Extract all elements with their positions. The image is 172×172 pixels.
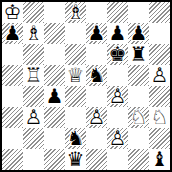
piece-halo: ♝ — [65, 2, 86, 23]
piece-halo: ♟ — [107, 128, 128, 149]
black-pawn-piece: ♟ — [107, 23, 128, 44]
white-knight-piece: ♘ — [128, 107, 149, 128]
square-f6[interactable]: ♚♚ — [107, 44, 128, 65]
square-h5[interactable]: ♟♙ — [149, 65, 170, 86]
black-king-piece: ♚ — [107, 44, 128, 65]
square-g7[interactable]: ♟♟ — [128, 23, 149, 44]
square-d5[interactable]: ♛♕ — [65, 65, 86, 86]
square-c1[interactable] — [44, 149, 65, 170]
square-b2[interactable] — [23, 128, 44, 149]
square-f2[interactable]: ♟♙ — [107, 128, 128, 149]
square-b1[interactable] — [23, 149, 44, 170]
square-b5[interactable]: ♜♖ — [23, 65, 44, 86]
square-e1[interactable] — [86, 149, 107, 170]
piece-halo: ♞ — [149, 107, 170, 128]
piece-halo: ♚ — [2, 2, 23, 23]
white-bishop-piece: ♗ — [65, 2, 86, 23]
square-a2[interactable] — [2, 128, 23, 149]
square-c3[interactable] — [44, 107, 65, 128]
square-h8[interactable] — [149, 2, 170, 23]
white-pawn-piece: ♙ — [23, 107, 44, 128]
piece-halo: ♝ — [23, 23, 44, 44]
white-bishop-piece: ♗ — [23, 23, 44, 44]
square-g8[interactable] — [128, 2, 149, 23]
piece-halo: ♟ — [107, 23, 128, 44]
square-d7[interactable] — [65, 23, 86, 44]
piece-halo: ♟ — [44, 86, 65, 107]
white-king-piece: ♔ — [2, 2, 23, 23]
square-f1[interactable] — [107, 149, 128, 170]
piece-halo: ♟ — [107, 86, 128, 107]
black-pawn-piece: ♟ — [44, 86, 65, 107]
square-c7[interactable] — [44, 23, 65, 44]
white-pawn-piece: ♙ — [149, 65, 170, 86]
black-queen-piece: ♛ — [65, 149, 86, 170]
piece-halo: ♛ — [65, 149, 86, 170]
piece-halo: ♜ — [23, 65, 44, 86]
square-d4[interactable] — [65, 86, 86, 107]
white-pawn-piece: ♙ — [107, 86, 128, 107]
square-d3[interactable] — [65, 107, 86, 128]
square-b7[interactable]: ♝♗ — [23, 23, 44, 44]
square-g3[interactable]: ♞♘ — [128, 107, 149, 128]
square-a5[interactable] — [2, 65, 23, 86]
square-e5[interactable]: ♞♞ — [86, 65, 107, 86]
square-e6[interactable] — [86, 44, 107, 65]
black-pawn-piece: ♟ — [86, 23, 107, 44]
white-rook-piece: ♖ — [23, 65, 44, 86]
square-h1[interactable]: ♝♝ — [149, 149, 170, 170]
square-g2[interactable] — [128, 128, 149, 149]
square-a4[interactable] — [2, 86, 23, 107]
square-e7[interactable]: ♟♟ — [86, 23, 107, 44]
square-b8[interactable] — [23, 2, 44, 23]
black-knight-piece: ♞ — [65, 128, 86, 149]
black-bishop-piece: ♝ — [149, 149, 170, 170]
square-e3[interactable]: ♟♙ — [86, 107, 107, 128]
square-b3[interactable]: ♟♙ — [23, 107, 44, 128]
square-f3[interactable] — [107, 107, 128, 128]
square-d8[interactable]: ♝♗ — [65, 2, 86, 23]
square-d6[interactable] — [65, 44, 86, 65]
piece-halo: ♟ — [86, 107, 107, 128]
white-queen-piece: ♕ — [65, 65, 86, 86]
square-d2[interactable]: ♞♞ — [65, 128, 86, 149]
square-f5[interactable] — [107, 65, 128, 86]
square-a7[interactable]: ♟♟ — [2, 23, 23, 44]
square-e8[interactable] — [86, 2, 107, 23]
square-e4[interactable] — [86, 86, 107, 107]
square-a3[interactable] — [2, 107, 23, 128]
square-g4[interactable] — [128, 86, 149, 107]
square-g5[interactable] — [128, 65, 149, 86]
square-g6[interactable]: ♜♜ — [128, 44, 149, 65]
square-h4[interactable] — [149, 86, 170, 107]
square-h6[interactable] — [149, 44, 170, 65]
white-pawn-piece: ♙ — [107, 128, 128, 149]
square-c5[interactable] — [44, 65, 65, 86]
piece-halo: ♟ — [2, 23, 23, 44]
piece-halo: ♞ — [128, 107, 149, 128]
chess-board: ♚♔♝♗♟♟♝♗♟♟♟♟♟♟♚♚♜♜♜♖♛♕♞♞♟♙♟♟♟♙♟♙♟♙♞♘♞♘♞♞… — [0, 0, 172, 172]
square-d1[interactable]: ♛♛ — [65, 149, 86, 170]
piece-halo: ♟ — [86, 23, 107, 44]
piece-halo: ♟ — [23, 107, 44, 128]
square-h3[interactable]: ♞♘ — [149, 107, 170, 128]
square-e2[interactable] — [86, 128, 107, 149]
piece-halo: ♜ — [128, 44, 149, 65]
black-pawn-piece: ♟ — [128, 23, 149, 44]
square-a6[interactable] — [2, 44, 23, 65]
white-knight-piece: ♘ — [149, 107, 170, 128]
piece-halo: ♟ — [128, 23, 149, 44]
square-h7[interactable] — [149, 23, 170, 44]
square-c4[interactable]: ♟♟ — [44, 86, 65, 107]
square-f4[interactable]: ♟♙ — [107, 86, 128, 107]
piece-halo: ♛ — [65, 65, 86, 86]
black-pawn-piece: ♟ — [2, 23, 23, 44]
square-a1[interactable] — [2, 149, 23, 170]
square-g1[interactable] — [128, 149, 149, 170]
square-c6[interactable] — [44, 44, 65, 65]
square-h2[interactable] — [149, 128, 170, 149]
square-c2[interactable] — [44, 128, 65, 149]
square-b4[interactable] — [23, 86, 44, 107]
square-b6[interactable] — [23, 44, 44, 65]
piece-halo: ♟ — [149, 65, 170, 86]
square-a8[interactable]: ♚♔ — [2, 2, 23, 23]
piece-halo: ♝ — [149, 149, 170, 170]
black-rook-piece: ♜ — [128, 44, 149, 65]
square-c8[interactable] — [44, 2, 65, 23]
piece-halo: ♞ — [86, 65, 107, 86]
black-knight-piece: ♞ — [86, 65, 107, 86]
white-pawn-piece: ♙ — [86, 107, 107, 128]
piece-halo: ♚ — [107, 44, 128, 65]
piece-halo: ♞ — [65, 128, 86, 149]
square-f7[interactable]: ♟♟ — [107, 23, 128, 44]
square-f8[interactable] — [107, 2, 128, 23]
